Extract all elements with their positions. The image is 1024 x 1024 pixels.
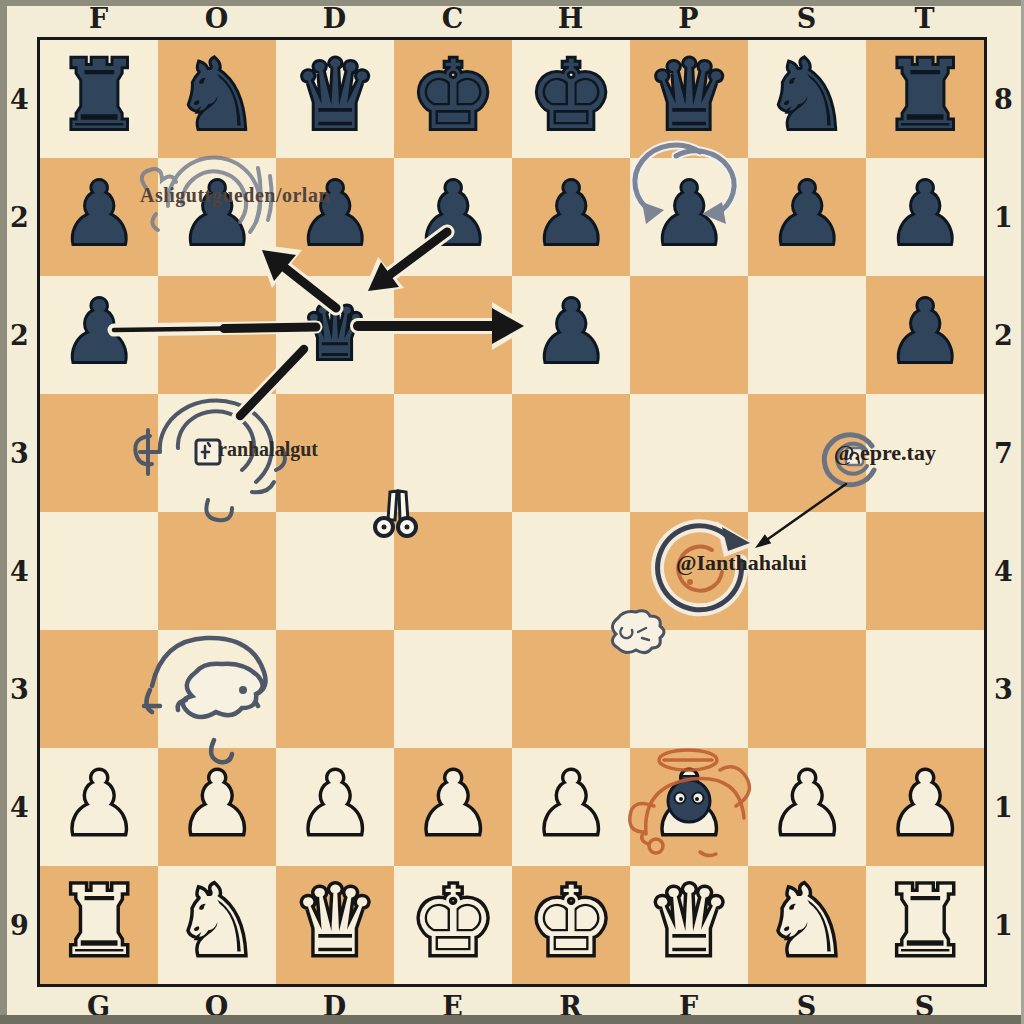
- piece-bP-g7[interactable]: ♟♟: [748, 158, 866, 276]
- piece-bP-e6[interactable]: ♟♟: [512, 276, 630, 394]
- piece-wR-h1[interactable]: ♜♜: [866, 866, 984, 984]
- rank-label-right-7: 1: [994, 910, 1014, 941]
- square-d8[interactable]: ♚♚: [394, 40, 512, 158]
- piece-wQ-c1[interactable]: ♛♛: [276, 866, 394, 984]
- square-h2[interactable]: ♟♟: [866, 748, 984, 866]
- square-b2[interactable]: ♟♟: [158, 748, 276, 866]
- square-h3[interactable]: [866, 630, 984, 748]
- piece-bP-a6[interactable]: ♟♟: [40, 276, 158, 394]
- square-e2[interactable]: ♟♟: [512, 748, 630, 866]
- piece-bP-c7[interactable]: ♟♟: [276, 158, 394, 276]
- square-c4[interactable]: [276, 512, 394, 630]
- square-f4[interactable]: [630, 512, 748, 630]
- square-f8[interactable]: ♛♛: [630, 40, 748, 158]
- rank-label-right-4: 4: [994, 556, 1014, 587]
- square-a1[interactable]: ♜♜: [40, 866, 158, 984]
- square-e8[interactable]: ♚♚: [512, 40, 630, 158]
- square-e5[interactable]: [512, 394, 630, 512]
- square-c2[interactable]: ♟♟: [276, 748, 394, 866]
- piece-bR-h8[interactable]: ♜♜: [866, 40, 984, 158]
- file-label-top-6: S: [797, 3, 818, 34]
- square-d3[interactable]: [394, 630, 512, 748]
- frame-edge-bottom: [0, 1015, 1024, 1024]
- square-b6[interactable]: [158, 276, 276, 394]
- piece-bQ-c6[interactable]: ♛♛: [276, 276, 394, 394]
- square-e7[interactable]: ♟♟: [512, 158, 630, 276]
- piece-bP-e7[interactable]: ♟♟: [512, 158, 630, 276]
- piece-bR-a8[interactable]: ♜♜: [40, 40, 158, 158]
- piece-wP-d2[interactable]: ♟♟: [394, 748, 512, 866]
- square-h6[interactable]: ♟♟: [866, 276, 984, 394]
- square-d2[interactable]: ♟♟: [394, 748, 512, 866]
- square-f6[interactable]: [630, 276, 748, 394]
- rank-label-left-6: 4: [10, 792, 30, 823]
- rank-label-left-3: 3: [10, 438, 30, 469]
- piece-wQ-f1[interactable]: ♛♛: [630, 866, 748, 984]
- square-c6[interactable]: ♛♛: [276, 276, 394, 394]
- square-g2[interactable]: ♟♟: [748, 748, 866, 866]
- square-e4[interactable]: [512, 512, 630, 630]
- piece-wP-e2[interactable]: ♟♟: [512, 748, 630, 866]
- piece-wN-g1[interactable]: ♞♞: [748, 866, 866, 984]
- square-f5[interactable]: [630, 394, 748, 512]
- square-a6[interactable]: ♟♟: [40, 276, 158, 394]
- file-label-top-1: O: [205, 3, 230, 34]
- square-f7[interactable]: ♟♟: [630, 158, 748, 276]
- square-h4[interactable]: [866, 512, 984, 630]
- square-b4[interactable]: [158, 512, 276, 630]
- piece-bN-g8[interactable]: ♞♞: [748, 40, 866, 158]
- square-g4[interactable]: [748, 512, 866, 630]
- square-g1[interactable]: ♞♞: [748, 866, 866, 984]
- square-d7[interactable]: ♟♟: [394, 158, 512, 276]
- piece-bK-d8[interactable]: ♚♚: [394, 40, 512, 158]
- rank-label-left-1: 2: [10, 202, 30, 233]
- square-e6[interactable]: ♟♟: [512, 276, 630, 394]
- piece-wK-e1[interactable]: ♚♚: [512, 866, 630, 984]
- piece-wP-c2[interactable]: ♟♟: [276, 748, 394, 866]
- piece-bP-b7[interactable]: ♟♟: [158, 158, 276, 276]
- square-e1[interactable]: ♚♚: [512, 866, 630, 984]
- piece-bQ-c8[interactable]: ♛♛: [276, 40, 394, 158]
- square-g8[interactable]: ♞♞: [748, 40, 866, 158]
- square-b8[interactable]: ♞♞: [158, 40, 276, 158]
- square-h1[interactable]: ♜♜: [866, 866, 984, 984]
- square-c5[interactable]: [276, 394, 394, 512]
- rank-label-left-7: 9: [10, 910, 30, 941]
- rank-label-right-3: 7: [994, 438, 1014, 469]
- piece-wP-b2[interactable]: ♟♟: [158, 748, 276, 866]
- piece-wK-d1[interactable]: ♚♚: [394, 866, 512, 984]
- piece-wP-g2[interactable]: ♟♟: [748, 748, 866, 866]
- square-b5[interactable]: [158, 394, 276, 512]
- square-c7[interactable]: ♟♟: [276, 158, 394, 276]
- square-a7[interactable]: ♟♟: [40, 158, 158, 276]
- square-g7[interactable]: ♟♟: [748, 158, 866, 276]
- square-h8[interactable]: ♜♜: [866, 40, 984, 158]
- file-label-top-4: H: [558, 3, 585, 34]
- piece-wP-a2[interactable]: ♟♟: [40, 748, 158, 866]
- frame-edge-left: [0, 0, 7, 1024]
- square-d4[interactable]: [394, 512, 512, 630]
- square-g5[interactable]: [748, 394, 866, 512]
- rank-label-right-5: 3: [994, 674, 1014, 705]
- file-label-top-2: D: [323, 3, 347, 34]
- piece-bN-b8[interactable]: ♞♞: [158, 40, 276, 158]
- frame-edge-top: [0, 0, 1024, 6]
- square-a2[interactable]: ♟♟: [40, 748, 158, 866]
- piece-bP-h7[interactable]: ♟♟: [866, 158, 984, 276]
- piece-bP-h6[interactable]: ♟♟: [866, 276, 984, 394]
- piece-wP-h2[interactable]: ♟♟: [866, 748, 984, 866]
- file-label-top-0: F: [89, 3, 109, 34]
- square-b7[interactable]: ♟♟: [158, 158, 276, 276]
- piece-bQ-f8[interactable]: ♛♛: [630, 40, 748, 158]
- piece-bP-f7[interactable]: ♟♟: [630, 158, 748, 276]
- square-h7[interactable]: ♟♟: [866, 158, 984, 276]
- piece-bK-e8[interactable]: ♚♚: [512, 40, 630, 158]
- square-b1[interactable]: ♞♞: [158, 866, 276, 984]
- square-g6[interactable]: [748, 276, 866, 394]
- piece-bP-d7[interactable]: ♟♟: [394, 158, 512, 276]
- square-f1[interactable]: ♛♛: [630, 866, 748, 984]
- square-h5[interactable]: [866, 394, 984, 512]
- rank-label-right-6: 1: [994, 792, 1014, 823]
- rank-label-left-4: 4: [10, 556, 30, 587]
- rank-label-right-2: 2: [994, 320, 1014, 351]
- square-a4[interactable]: [40, 512, 158, 630]
- square-b3[interactable]: [158, 630, 276, 748]
- square-a8[interactable]: ♜♜: [40, 40, 158, 158]
- rank-label-left-5: 3: [10, 674, 30, 705]
- square-e3[interactable]: [512, 630, 630, 748]
- piece-wR-a1[interactable]: ♜♜: [40, 866, 158, 984]
- file-label-top-5: P: [678, 3, 699, 34]
- file-label-top-7: T: [914, 3, 935, 34]
- square-a5[interactable]: [40, 394, 158, 512]
- chess-board[interactable]: ♜♜♞♞♛♛♚♚♚♚♛♛♞♞♜♜♟♟♟♟♟♟♟♟♟♟♟♟♟♟♟♟♟♟♛♛♟♟♟♟…: [37, 37, 987, 987]
- square-d1[interactable]: ♚♚: [394, 866, 512, 984]
- file-label-top-3: C: [442, 3, 465, 34]
- square-f3[interactable]: [630, 630, 748, 748]
- rank-label-left-0: 4: [10, 84, 30, 115]
- piece-wP-f2[interactable]: ♟♟: [630, 748, 748, 866]
- rank-label-left-2: 2: [10, 320, 30, 351]
- square-d5[interactable]: [394, 394, 512, 512]
- square-c3[interactable]: [276, 630, 394, 748]
- rank-label-right-0: 8: [994, 84, 1014, 115]
- square-a3[interactable]: [40, 630, 158, 748]
- piece-bP-a7[interactable]: ♟♟: [40, 158, 158, 276]
- square-c8[interactable]: ♛♛: [276, 40, 394, 158]
- square-g3[interactable]: [748, 630, 866, 748]
- square-d6[interactable]: [394, 276, 512, 394]
- square-f2[interactable]: ♟♟: [630, 748, 748, 866]
- piece-wN-b1[interactable]: ♞♞: [158, 866, 276, 984]
- square-c1[interactable]: ♛♛: [276, 866, 394, 984]
- rank-label-right-1: 1: [994, 202, 1014, 233]
